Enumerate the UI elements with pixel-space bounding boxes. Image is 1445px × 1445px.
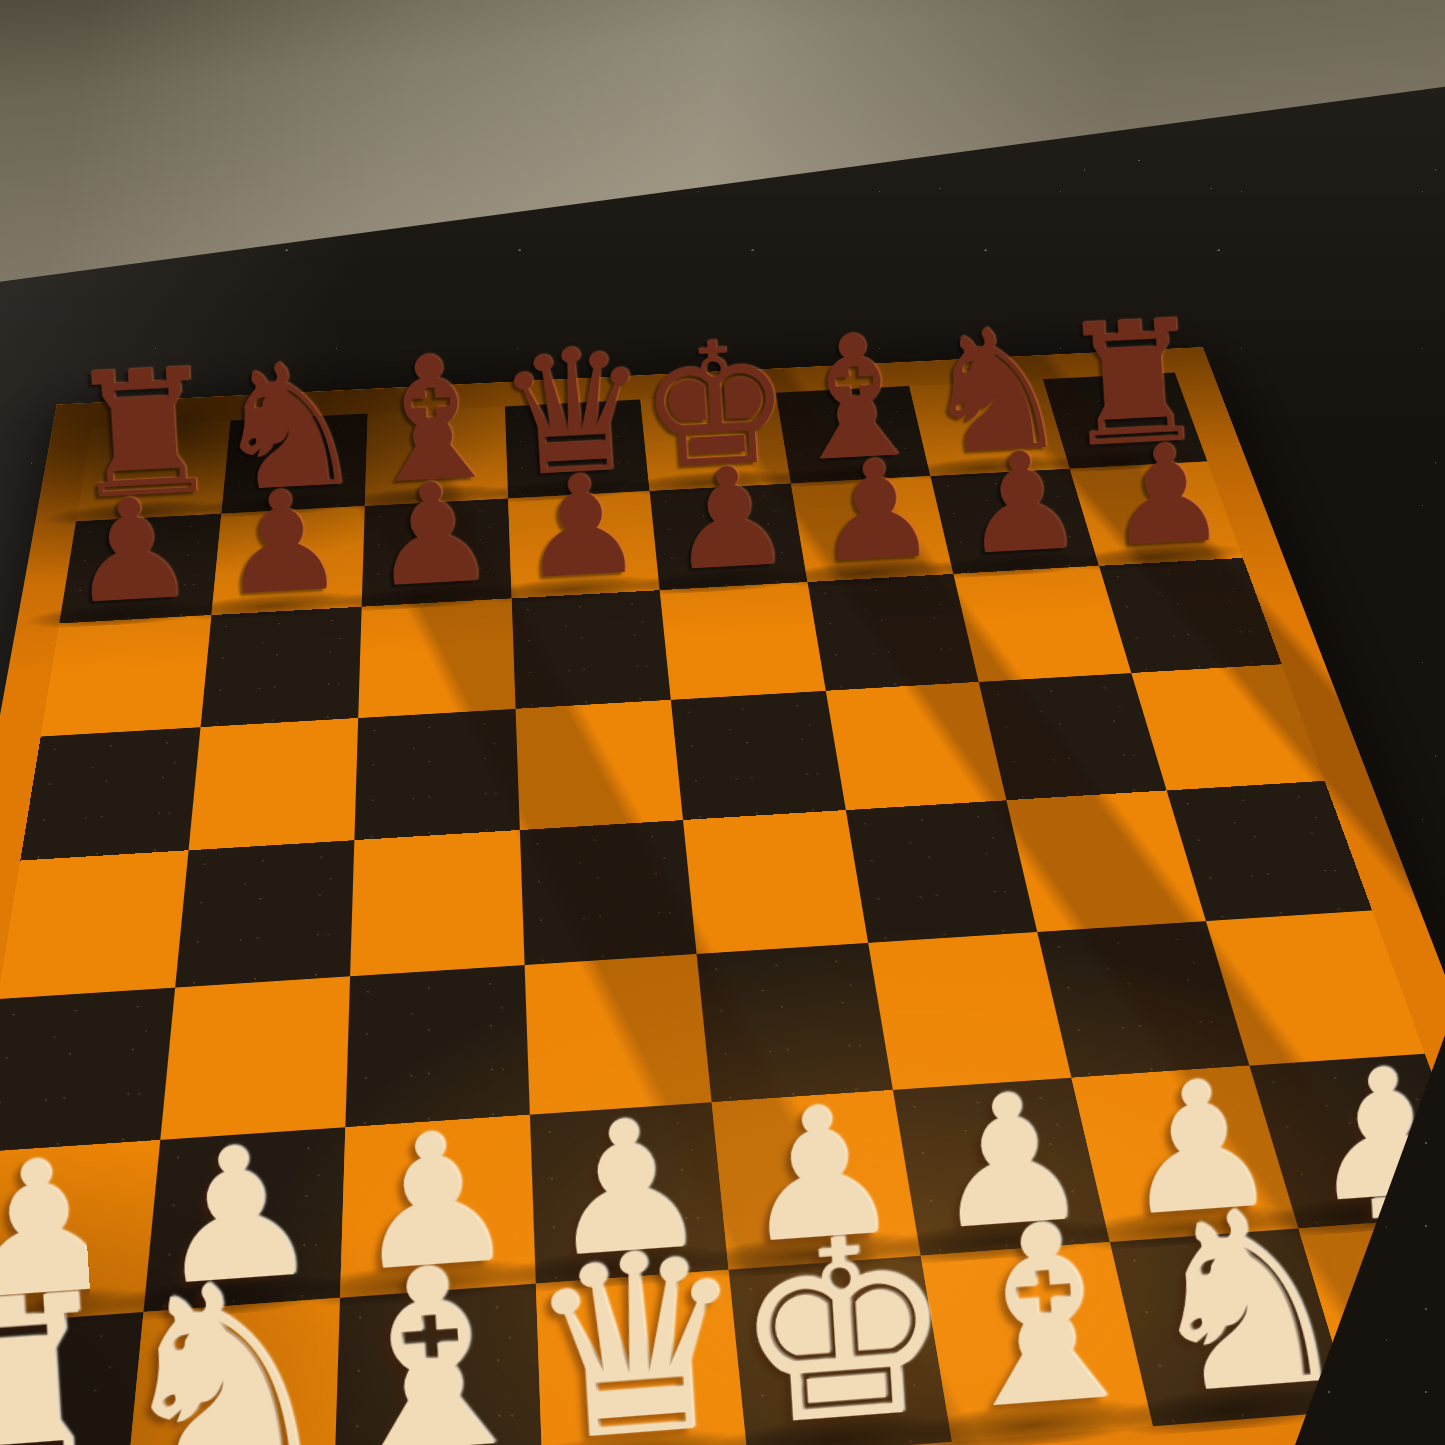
square-c7[interactable]: ♟: [361, 498, 511, 607]
square-f1[interactable]: ♝: [919, 1242, 1152, 1442]
square-f4[interactable]: [845, 800, 1037, 942]
square-b1[interactable]: ♞: [123, 1297, 339, 1445]
board-grid: ♜♞♝♛♚♝♞♜♟♟♟♟♟♟♟♟♟♟♟♟♟♟♟♟♜♞♝♛♚♝♞♜: [0, 372, 1445, 1445]
square-g7[interactable]: ♟: [930, 468, 1098, 574]
square-c1[interactable]: ♝: [333, 1283, 541, 1445]
piece-light-queen-d1[interactable]: ♛: [519, 1225, 754, 1445]
square-b6[interactable]: [200, 607, 362, 727]
square-f7[interactable]: ♟: [790, 476, 953, 582]
square-d4[interactable]: [519, 820, 696, 965]
square-c5[interactable]: [354, 709, 519, 841]
square-a5[interactable]: [20, 727, 200, 861]
square-g4[interactable]: [1006, 790, 1205, 931]
square-f6[interactable]: [807, 574, 979, 691]
square-c6[interactable]: [358, 598, 515, 717]
scene: ♜♞♝♛♚♝♞♜♟♟♟♟♟♟♟♟♟♟♟♟♟♟♟♟♜♞♝♛♚♝♞♜: [0, 0, 1445, 1445]
square-d6[interactable]: [511, 590, 671, 708]
piece-dark-pawn-a7[interactable]: ♟: [64, 484, 198, 619]
piece-dark-pawn-f7[interactable]: ♟: [811, 445, 941, 577]
square-h7[interactable]: ♟: [1069, 461, 1242, 566]
piece-dark-pawn-g7[interactable]: ♟: [957, 438, 1086, 570]
piece-dark-pawn-e7[interactable]: ♟: [664, 453, 795, 586]
piece-dark-pawn-h7[interactable]: ♟: [1102, 430, 1230, 561]
square-e4[interactable]: [683, 810, 868, 953]
piece-dark-pawn-d7[interactable]: ♟: [515, 460, 646, 593]
square-d5[interactable]: [515, 700, 683, 831]
piece-dark-pawn-b7[interactable]: ♟: [215, 476, 348, 610]
square-e5[interactable]: [670, 691, 845, 820]
piece-light-bishop-f1[interactable]: ♝: [929, 1196, 1159, 1437]
square-e1[interactable]: ♚: [728, 1255, 951, 1445]
square-b7[interactable]: ♟: [211, 506, 365, 615]
piece-light-king-e1[interactable]: ♚: [725, 1210, 958, 1445]
piece-dark-pawn-c7[interactable]: ♟: [366, 468, 498, 602]
square-b4[interactable]: [174, 840, 354, 987]
square-c4[interactable]: [350, 830, 524, 976]
square-h6[interactable]: [1098, 558, 1281, 673]
board-perspective-wrap: ♜♞♝♛♚♝♞♜♟♟♟♟♟♟♟♟♟♟♟♟♟♟♟♟♜♞♝♛♚♝♞♜: [0, 120, 1383, 1445]
square-d7[interactable]: ♟: [507, 491, 659, 599]
chess-board: ♜♞♝♛♚♝♞♜♟♟♟♟♟♟♟♟♟♟♟♟♟♟♟♟♜♞♝♛♚♝♞♜: [0, 347, 1445, 1445]
square-e6[interactable]: [659, 582, 825, 699]
square-a6[interactable]: [40, 615, 210, 736]
square-a7[interactable]: ♟: [59, 513, 221, 623]
square-b5[interactable]: [188, 718, 358, 851]
square-f5[interactable]: [825, 682, 1006, 810]
piece-light-bishop-c1[interactable]: ♝: [311, 1239, 548, 1445]
piece-light-knight-b1[interactable]: ♞: [101, 1254, 341, 1445]
square-e7[interactable]: ♟: [649, 483, 806, 590]
square-a4[interactable]: [0, 850, 188, 998]
square-d1[interactable]: ♛: [535, 1269, 747, 1445]
